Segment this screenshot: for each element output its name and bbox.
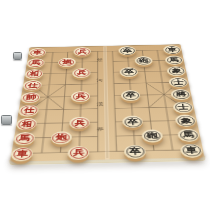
board-point: 炮 [51, 130, 70, 145]
board-point [31, 146, 52, 162]
piece-black-soldier[interactable]: 卒 [121, 90, 141, 101]
board-point: 象 [176, 114, 196, 128]
board-point [90, 56, 106, 67]
piece-character: 相 [29, 71, 39, 76]
piece-character: 兵 [73, 149, 85, 157]
piece-character: 卒 [126, 93, 136, 99]
board-point [33, 131, 53, 146]
piece-character: 車 [33, 50, 43, 55]
piece-character: 馬 [183, 132, 195, 139]
piece-character: 馬 [31, 61, 41, 66]
piece-character: 車 [185, 147, 198, 155]
board-point [44, 47, 60, 57]
piece-character: 馬 [19, 135, 31, 142]
piece-black-general[interactable]: 將 [171, 89, 192, 100]
piece-black-elephant[interactable]: 象 [175, 115, 197, 128]
piece-character: 炮 [56, 134, 67, 141]
board-point [107, 144, 126, 160]
piece-character: 砲 [139, 58, 149, 63]
board-point: 車 [29, 48, 45, 58]
board-point [72, 103, 90, 117]
piece-character: 將 [175, 92, 186, 98]
piece-character: 卒 [129, 148, 141, 156]
piece-character: 象 [180, 117, 192, 124]
board-point: 士 [170, 76, 188, 88]
piece-character: 炮 [62, 60, 72, 65]
piece-character: 象 [171, 68, 181, 73]
piece-character: 相 [21, 121, 33, 128]
board-perspective-wrapper: 楚河漢界 車兵卒車馬炮砲馬相兵卒象仕士帥兵卒將仕士相兵卒象馬炮砲馬車兵卒車 [19, 0, 193, 195]
board-point: 卒 [120, 46, 136, 56]
piece-character: 兵 [75, 120, 86, 127]
piece-black-horse[interactable]: 馬 [165, 55, 184, 65]
piece-character: 兵 [76, 94, 86, 100]
piece-red-cannon[interactable]: 炮 [50, 131, 72, 144]
board-point [106, 115, 124, 129]
piece-character: 卒 [123, 48, 132, 53]
board-point [105, 56, 121, 67]
board-point: 砲 [135, 55, 152, 66]
piece-black-soldier[interactable]: 卒 [120, 67, 139, 77]
board-point [55, 91, 73, 104]
board-point: 兵 [69, 145, 88, 161]
board-point: 車 [12, 146, 33, 162]
piece-character: 兵 [77, 70, 87, 75]
board-point [123, 102, 141, 116]
board-point: 仕 [24, 79, 42, 91]
piece-black-horse[interactable]: 馬 [177, 129, 200, 142]
board-point [73, 78, 90, 90]
piece-black-cannon[interactable]: 砲 [134, 56, 153, 66]
piece-red-cannon[interactable]: 炮 [58, 58, 76, 68]
piece-character: 士 [173, 80, 184, 86]
product-photo-stage: 楚河漢界 車兵卒車馬炮砲馬相兵卒象仕士帥兵卒將仕士相兵卒象馬炮砲馬車兵卒車 [0, 0, 210, 210]
piece-character: 卒 [124, 69, 134, 74]
piece-red-soldier[interactable]: 兵 [74, 47, 91, 56]
piece-red-soldier[interactable]: 兵 [72, 68, 90, 78]
piece-character: 兵 [78, 49, 87, 54]
xiangqi-board: 楚河漢界 車兵卒車馬炮砲馬相兵卒象仕士帥兵卒將仕士相兵卒象馬炮砲馬車兵卒車 [10, 44, 205, 161]
piece-character: 砲 [147, 132, 159, 139]
piece-character: 車 [168, 47, 178, 52]
board-point [136, 66, 153, 77]
piece-red-soldier[interactable]: 兵 [71, 91, 90, 102]
piece-black-advisor[interactable]: 士 [173, 101, 195, 113]
board-point: 馬 [166, 55, 183, 66]
board-point [107, 129, 126, 144]
board-point [135, 45, 151, 55]
board-point [90, 67, 106, 78]
board-point [89, 102, 106, 116]
piece-character: 馬 [169, 58, 179, 63]
board-point: 馬 [27, 58, 44, 69]
board-point: 卒 [122, 89, 140, 102]
board-point [40, 79, 58, 91]
fold-latch-top [13, 52, 22, 60]
board-point [35, 117, 54, 131]
board-point [122, 77, 139, 89]
board-point [70, 130, 89, 145]
piece-character: 仕 [27, 83, 38, 89]
board-point: 士 [174, 101, 194, 114]
board-point [38, 91, 56, 104]
board-point [88, 130, 106, 145]
piece-red-soldier[interactable]: 兵 [70, 117, 91, 130]
board-point: 炮 [59, 57, 75, 68]
board-point: 兵 [75, 47, 90, 57]
board-points-grid: 車兵卒車馬炮砲馬相兵卒象仕士帥兵卒將仕士相兵卒象馬炮砲馬車兵卒車 [12, 45, 203, 162]
fold-latch-bottom [1, 115, 12, 125]
piece-character: 卒 [127, 119, 138, 126]
board-point: 車 [181, 142, 203, 158]
board-point [58, 68, 75, 80]
board-point [106, 102, 124, 116]
piece-character: 士 [178, 104, 189, 110]
board-point [54, 103, 72, 117]
piece-character: 車 [16, 150, 28, 158]
board-point [105, 67, 121, 78]
board-point [74, 57, 90, 68]
board-point [106, 78, 123, 90]
piece-black-soldier[interactable]: 卒 [119, 46, 137, 55]
piece-character: 帥 [25, 95, 36, 101]
board-point [140, 101, 159, 115]
board-point [89, 116, 107, 130]
board-point: 兵 [72, 90, 89, 103]
board-point: 相 [26, 68, 43, 80]
piece-red-soldier[interactable]: 兵 [68, 146, 90, 160]
board-point: 兵 [71, 116, 89, 130]
board-point: 兵 [74, 67, 90, 79]
board-point: 卒 [125, 144, 145, 160]
board-point [106, 90, 123, 103]
piece-black-soldier[interactable]: 卒 [123, 116, 144, 129]
board-point [42, 68, 59, 80]
piece-black-advisor[interactable]: 士 [169, 77, 189, 88]
board-point [88, 144, 107, 160]
board-point [56, 79, 73, 91]
board-point [138, 77, 156, 89]
board-point [50, 145, 70, 161]
board-point: 馬 [14, 131, 34, 146]
piece-black-cannon[interactable]: 砲 [141, 129, 163, 142]
board-point: 馬 [178, 128, 199, 143]
board-point: 帥 [22, 91, 41, 104]
board-point: 仕 [19, 104, 38, 118]
board-point: 相 [17, 117, 37, 131]
board-point: 卒 [124, 115, 143, 129]
board-point: 砲 [143, 128, 163, 143]
board-point: 卒 [121, 66, 138, 77]
board-point [53, 116, 72, 130]
board-point: 車 [164, 45, 181, 55]
board-point [89, 78, 105, 90]
board-point [141, 114, 160, 128]
board-point: 象 [168, 65, 186, 76]
board-point [144, 143, 165, 159]
board-point [89, 90, 106, 103]
piece-character: 仕 [23, 107, 34, 113]
board-point: 將 [172, 88, 191, 101]
board-point [37, 103, 56, 117]
board-point [90, 46, 105, 56]
piece-black-elephant[interactable]: 象 [167, 66, 187, 76]
piece-black-chariot[interactable]: 車 [163, 45, 182, 54]
board-point [139, 89, 157, 102]
piece-black-chariot[interactable]: 車 [180, 143, 204, 157]
